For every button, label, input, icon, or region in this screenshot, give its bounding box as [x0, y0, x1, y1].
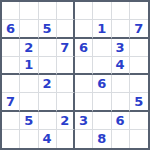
cell-r4c5[interactable] — [75, 57, 93, 75]
cell-r5c2[interactable] — [20, 75, 38, 93]
cell-r6c7[interactable] — [112, 93, 130, 111]
cell-r2c6[interactable]: 1 — [93, 20, 111, 38]
cell-r4c7[interactable]: 4 — [112, 57, 130, 75]
cell-r3c7[interactable]: 3 — [112, 39, 130, 57]
cell-r2c4[interactable] — [57, 20, 75, 38]
cell-r5c4[interactable] — [57, 75, 75, 93]
cell-r1c3[interactable] — [39, 2, 57, 20]
cell-r3c5[interactable]: 6 — [75, 39, 93, 57]
cell-r6c6[interactable] — [93, 93, 111, 111]
cell-r6c2[interactable] — [20, 93, 38, 111]
cell-r2c5[interactable] — [75, 20, 93, 38]
cell-r4c6[interactable] — [93, 57, 111, 75]
cell-r8c5[interactable] — [75, 130, 93, 148]
cell-r2c7[interactable] — [112, 20, 130, 38]
cell-r3c6[interactable] — [93, 39, 111, 57]
cell-r5c1[interactable] — [2, 75, 20, 93]
cell-r5c5[interactable] — [75, 75, 93, 93]
cell-r1c4[interactable] — [57, 2, 75, 20]
cell-r4c2[interactable]: 1 — [20, 57, 38, 75]
cell-r4c4[interactable] — [57, 57, 75, 75]
cell-r6c3[interactable] — [39, 93, 57, 111]
cell-r7c7[interactable]: 6 — [112, 112, 130, 130]
cell-r4c1[interactable] — [2, 57, 20, 75]
cell-r4c3[interactable] — [39, 57, 57, 75]
cell-r7c5[interactable]: 3 — [75, 112, 93, 130]
cell-r1c8[interactable] — [130, 2, 148, 20]
cell-r2c8[interactable]: 7 — [130, 20, 148, 38]
cell-r3c2[interactable]: 2 — [20, 39, 38, 57]
cell-r7c6[interactable] — [93, 112, 111, 130]
cell-r5c7[interactable] — [112, 75, 130, 93]
cell-r2c2[interactable] — [20, 20, 38, 38]
cell-r1c7[interactable] — [112, 2, 130, 20]
cell-r7c1[interactable] — [2, 112, 20, 130]
cell-r7c8[interactable] — [130, 112, 148, 130]
cell-r1c2[interactable] — [20, 2, 38, 20]
cell-r7c2[interactable]: 5 — [20, 112, 38, 130]
cell-r3c4[interactable]: 7 — [57, 39, 75, 57]
cell-r5c3[interactable]: 2 — [39, 75, 57, 93]
sudoku-board: 6 5 1 7 2 7 6 3 1 4 2 6 7 5 5 2 3 6 4 8 — [0, 0, 150, 150]
cell-r8c6[interactable]: 8 — [93, 130, 111, 148]
cell-r3c3[interactable] — [39, 39, 57, 57]
cell-r2c1[interactable]: 6 — [2, 20, 20, 38]
cell-r8c1[interactable] — [2, 130, 20, 148]
cell-r6c1[interactable]: 7 — [2, 93, 20, 111]
cell-r6c8[interactable]: 5 — [130, 93, 148, 111]
cell-r4c8[interactable] — [130, 57, 148, 75]
cell-r5c6[interactable]: 6 — [93, 75, 111, 93]
cell-r1c6[interactable] — [93, 2, 111, 20]
cell-r2c3[interactable]: 5 — [39, 20, 57, 38]
cell-r8c7[interactable] — [112, 130, 130, 148]
cell-r8c8[interactable] — [130, 130, 148, 148]
cell-r7c3[interactable] — [39, 112, 57, 130]
cell-r1c5[interactable] — [75, 2, 93, 20]
cell-r8c4[interactable] — [57, 130, 75, 148]
cell-r6c4[interactable] — [57, 93, 75, 111]
cell-r7c4[interactable]: 2 — [57, 112, 75, 130]
cell-r5c8[interactable] — [130, 75, 148, 93]
cell-r6c5[interactable] — [75, 93, 93, 111]
cell-r8c3[interactable]: 4 — [39, 130, 57, 148]
cell-r3c1[interactable] — [2, 39, 20, 57]
cell-r1c1[interactable] — [2, 2, 20, 20]
cell-r8c2[interactable] — [20, 130, 38, 148]
cell-r3c8[interactable] — [130, 39, 148, 57]
